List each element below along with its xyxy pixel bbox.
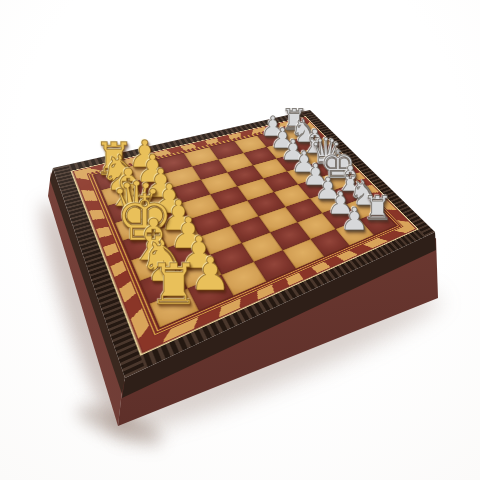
chess-set-photo: ♜♞♝♛♚♝♞♜♟♟♟♟♟♟♟♟♟♟♟♟♟♟♟♟♜♞♝♛♚♝♞♜: [0, 0, 480, 480]
